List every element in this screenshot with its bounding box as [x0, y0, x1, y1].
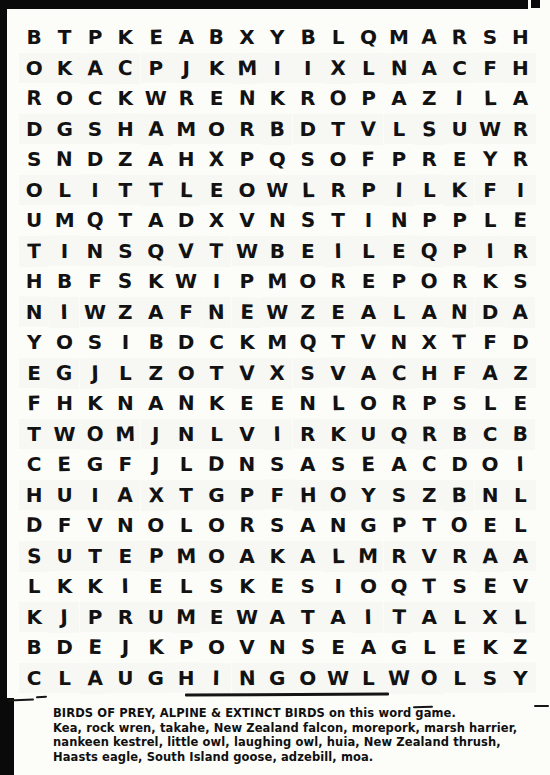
grid-cell: R — [414, 418, 445, 449]
grid-cell: P — [444, 205, 474, 236]
grid-cell: D — [49, 632, 79, 663]
grid-cell: X — [475, 602, 505, 633]
grid-cell: A — [505, 541, 535, 572]
grid-cell: I — [110, 327, 140, 358]
grid-cell: E — [262, 388, 292, 419]
grid-cell: A — [293, 541, 323, 572]
grid-cell: C — [475, 419, 505, 450]
grid-cell: O — [293, 266, 323, 297]
grid-cell: G — [49, 114, 79, 145]
grid-cell: M — [171, 540, 202, 571]
grid-cell: A — [262, 602, 292, 633]
grid-cell: I — [353, 601, 384, 632]
grid-cell: N — [110, 388, 140, 419]
grid-cell: S — [19, 144, 49, 175]
grid-cell: V — [505, 571, 535, 602]
grid-cell: A — [141, 144, 171, 175]
grid-cell: A — [141, 205, 171, 236]
grid-cell: O — [201, 541, 231, 572]
grid-cell: Z — [110, 297, 140, 328]
grid-cell: H — [171, 662, 201, 693]
grid-cell: L — [353, 53, 383, 84]
grid-cell: E — [444, 144, 474, 175]
grid-cell: R — [383, 388, 414, 419]
caption-words-1: Kea, rock wren, takahe, New Zealand falc… — [53, 721, 533, 736]
grid-cell: F — [444, 358, 474, 389]
grid-cell: J — [141, 419, 171, 450]
grid-cell: C — [19, 663, 49, 694]
grid-cell: K — [110, 83, 140, 114]
grid-cell: L — [49, 175, 79, 206]
grid-cell: E — [262, 571, 293, 602]
scan-dash — [534, 705, 549, 707]
grid-cell: L — [171, 174, 202, 205]
grid-cell: Y — [353, 480, 383, 511]
grid-cell: L — [444, 602, 474, 633]
grid-cell: L — [475, 205, 505, 236]
grid-cell: P — [80, 602, 110, 633]
grid-cell: I — [201, 662, 232, 693]
grid-cell: I — [110, 571, 141, 602]
grid-cell: V — [232, 205, 262, 236]
grid-cell: S — [475, 22, 505, 53]
grid-cell: I — [475, 235, 506, 266]
grid-cell: Q — [79, 205, 110, 236]
grid-cell: D — [171, 205, 201, 236]
grid-cell: W — [323, 663, 353, 694]
grid-cell: E — [293, 236, 323, 267]
grid-cell: O — [353, 388, 383, 419]
grid-cell: N — [262, 205, 292, 236]
grid-cell: P — [232, 144, 262, 175]
grid-cell: R — [444, 22, 475, 53]
grid-cell: H — [19, 266, 49, 297]
grid-cell: E — [201, 175, 231, 206]
grid-cell: I — [80, 174, 110, 205]
grid-cell: E — [19, 358, 49, 389]
grid-cell: U — [49, 541, 79, 572]
grid-cell: U — [49, 480, 79, 511]
grid-cell: R — [19, 83, 50, 114]
grid-cell: B — [140, 327, 171, 358]
grid-cell: A — [323, 602, 353, 633]
grid-cell: T — [293, 602, 323, 633]
grid-cell: M — [353, 540, 384, 571]
grid-cell: K — [232, 327, 262, 358]
grid-cell: E — [201, 83, 231, 114]
grid-cell: I — [293, 53, 323, 84]
grid-cell: L — [475, 388, 505, 419]
grid-cell: V — [231, 357, 262, 388]
grid-cell: N — [19, 296, 49, 327]
grid-cell: A — [140, 113, 171, 144]
grid-cell: J — [141, 449, 171, 480]
grid-cell: F — [171, 297, 201, 328]
grid-cell: W — [262, 175, 292, 206]
grid-cell: X — [201, 205, 231, 236]
grid-cell: E — [79, 632, 110, 663]
grid-cell: S — [323, 449, 353, 480]
grid-cell: I — [505, 175, 535, 206]
grid-cell: G — [353, 510, 383, 541]
grid-cell: T — [323, 327, 353, 358]
grid-cell: A — [475, 357, 506, 388]
grid-cell: A — [414, 297, 444, 328]
grid-cell: U — [444, 113, 474, 144]
grid-cell: F — [110, 449, 140, 480]
grid-cell: Z — [293, 297, 323, 328]
grid-cell: V — [80, 510, 110, 541]
grid-cell: A — [79, 662, 110, 693]
grid-cell: A — [414, 602, 444, 633]
grid-cell: X — [262, 357, 293, 388]
grid-cell: U — [110, 663, 140, 694]
grid-cell: O — [201, 114, 231, 145]
grid-cell: A — [384, 83, 414, 114]
grid-cell: O — [201, 510, 231, 541]
grid-cell: I — [323, 235, 354, 266]
grid-cell: L — [414, 174, 444, 205]
grid-cell: S — [262, 449, 292, 480]
grid-cell: L — [49, 663, 79, 694]
grid-cell: W — [475, 114, 505, 145]
grid-cell: V — [171, 235, 202, 266]
grid-cell: Y — [475, 144, 506, 175]
grid-cell: N — [231, 662, 262, 693]
grid-cell: W — [262, 297, 292, 328]
grid-cell: S — [80, 114, 110, 145]
grid-cell: V — [232, 632, 262, 663]
grid-cell: M — [231, 52, 262, 83]
grid-cell: X — [232, 22, 262, 53]
grid-cell: P — [232, 266, 262, 297]
grid-cell: L — [171, 449, 201, 480]
grid-cell: B — [262, 236, 292, 267]
grid-cell: A — [414, 22, 445, 53]
grid-cell: R — [505, 114, 535, 145]
grid-cell: A — [110, 479, 141, 510]
grid-cell: P — [414, 205, 444, 236]
grid-cell: O — [414, 266, 445, 297]
grid-cell: L — [353, 236, 383, 267]
grid-cell: K — [475, 266, 505, 297]
grid-cell: P — [444, 236, 474, 267]
grid-cell: D — [19, 114, 49, 145]
grid-cell: F — [49, 510, 79, 541]
grid-cell: K — [19, 602, 49, 633]
grid-cell: K — [80, 388, 110, 419]
grid-cell: S — [475, 663, 505, 694]
grid-cell: P — [140, 540, 171, 571]
grid-cell: P — [141, 52, 171, 83]
grid-cell: O — [414, 662, 445, 693]
grid-cell: X — [140, 479, 171, 510]
grid-cell: K — [323, 419, 353, 450]
grid-cell: D — [171, 327, 201, 358]
grid-cell: N — [171, 419, 201, 450]
grid-cell: L — [201, 419, 231, 450]
grid-cell: A — [293, 449, 323, 480]
page-border-top — [0, 0, 528, 9]
grid-cell: X — [323, 52, 354, 83]
grid-cell: E — [353, 449, 384, 480]
grid-cell: Q — [141, 236, 171, 267]
grid-cell: D — [505, 327, 535, 358]
grid-cell: O — [444, 510, 475, 541]
grid-cell: Z — [414, 83, 444, 114]
grid-cell: I — [262, 53, 292, 84]
grid-cell: T — [110, 205, 140, 236]
grid-cell: O — [232, 175, 262, 206]
grid-cell: N — [49, 144, 80, 175]
grid-cell: R — [171, 83, 202, 114]
grid-cell: T — [19, 235, 50, 266]
grid-cell: B — [505, 418, 536, 449]
grid-cell: W — [141, 83, 171, 114]
grid-cell: E — [444, 632, 475, 663]
grid-cell: S — [19, 540, 50, 571]
grid-cell: B — [19, 632, 49, 663]
grid-cell: S — [444, 571, 474, 602]
grid-cell: S — [384, 480, 414, 511]
grid-cell: E — [231, 296, 262, 327]
grid-cell: E — [475, 571, 506, 602]
grid-cell: O — [19, 175, 49, 206]
grid-cell: I — [201, 266, 231, 297]
grid-cell: F — [353, 144, 384, 175]
grid-cell: M — [110, 418, 141, 449]
grid-cell: S — [110, 236, 140, 267]
grid-cell: B — [49, 266, 79, 297]
grid-cell: E — [201, 601, 231, 632]
grid-cell: O — [49, 83, 79, 114]
grid-cell: J — [49, 601, 80, 632]
grid-cell: T — [110, 175, 140, 206]
grid-cell: S — [414, 113, 445, 144]
grid-cell: Y — [505, 662, 535, 693]
grid-cell: A — [353, 358, 383, 389]
grid-cell: R — [110, 602, 140, 633]
grid-cell: M — [384, 22, 414, 53]
grid-cell: F — [475, 52, 505, 83]
grid-cell: J — [171, 53, 201, 84]
grid-cell: N — [383, 52, 414, 83]
grid-cell: M — [171, 601, 202, 632]
grid-cell: H — [171, 144, 201, 175]
grid-cell: L — [505, 601, 536, 632]
grid-cell: A — [505, 296, 536, 327]
page-border-left — [0, 0, 7, 700]
grid-cell: L — [171, 571, 201, 602]
grid-cell: A — [141, 297, 171, 328]
grid-cell: S — [292, 205, 323, 236]
grid-cell: M — [262, 266, 293, 297]
grid-cell: D — [80, 144, 110, 175]
grid-cell: A — [505, 83, 535, 114]
grid-cell: A — [293, 510, 323, 541]
grid-cell: H — [505, 53, 535, 84]
grid-cell: D — [201, 449, 232, 480]
grid-cell: K — [110, 22, 140, 53]
grid-cell: A — [353, 632, 383, 663]
grid-cell: F — [475, 175, 505, 206]
grid-cell: E — [49, 449, 80, 480]
grid-cell: L — [384, 114, 414, 145]
grid-cell: W — [80, 297, 110, 328]
grid-cell: L — [171, 510, 201, 541]
grid-cell: R — [293, 418, 323, 449]
grid-cell: V — [353, 327, 384, 358]
grid-cell: Q — [384, 571, 414, 602]
grid-cell: T — [19, 419, 49, 450]
grid-cell: N — [232, 449, 262, 480]
grid-cell: B — [19, 22, 49, 53]
grid-cell: G — [80, 449, 110, 480]
grid-cell: S — [293, 358, 323, 389]
grid-cell: B — [444, 419, 474, 450]
grid-cell: N — [383, 205, 414, 236]
grid-cell: W — [171, 266, 201, 297]
grid-cell: G — [141, 663, 171, 694]
scan-dash — [36, 696, 47, 699]
grid-cell: B — [201, 22, 232, 53]
grid-cell: I — [49, 296, 80, 327]
grid-cell: W — [232, 236, 262, 267]
grid-cell: K — [49, 571, 79, 602]
grid-cell: T — [323, 205, 353, 236]
grid-cell: V — [414, 541, 444, 572]
grid-cell: M — [171, 114, 201, 145]
grid-cell: L — [505, 480, 535, 511]
grid-cell: O — [323, 83, 354, 114]
grid-cell: I — [505, 449, 536, 480]
puzzle-page: BTPKEABXYBLQMARSHOKACPJKMIIXLNACFHROCKWR… — [0, 0, 550, 775]
grid-cell: R — [293, 83, 323, 114]
grid-cell: N — [80, 236, 110, 267]
grid-cell: L — [292, 174, 323, 205]
grid-cell: E — [323, 297, 353, 328]
grid-cell: X — [414, 327, 444, 358]
grid-cell: Q — [384, 419, 414, 450]
grid-cell: T — [140, 174, 171, 205]
grid-cell: P — [414, 388, 444, 419]
scan-dash — [8, 698, 34, 701]
grid-cell: K — [201, 388, 231, 419]
grid-cell: I — [49, 235, 79, 266]
grid-cell: E — [475, 510, 505, 541]
grid-cell: R — [323, 266, 354, 297]
grid-cell: E — [141, 571, 171, 602]
grid-cell: J — [79, 357, 110, 388]
grid-cell: T — [80, 541, 110, 572]
grid-cell: N — [293, 388, 323, 419]
word-list-caption: BIRDS OF PREY, ALPINE & EXTINCT BIRDS on… — [53, 706, 533, 764]
grid-cell: D — [444, 449, 474, 480]
scan-rule-line — [185, 692, 389, 696]
grid-cell: E — [505, 388, 535, 419]
grid-cell: L — [384, 297, 414, 328]
grid-cell: F — [19, 388, 50, 419]
grid-cell: R — [231, 510, 262, 541]
grid-cell: I — [262, 418, 293, 449]
grid-cell: S — [293, 144, 323, 175]
grid-cell: N — [201, 296, 232, 327]
grid-cell: T — [201, 358, 231, 389]
grid-cell: L — [505, 510, 535, 541]
grid-cell: K — [262, 83, 292, 114]
grid-cell: R — [444, 266, 474, 297]
word-search-grid: BTPKEABXYBLQMARSHOKACPJKMIIXLNACFHROCKWR… — [19, 22, 536, 693]
grid-cell: N — [444, 296, 475, 327]
grid-cell: L — [353, 663, 383, 694]
grid-cell: K — [201, 53, 231, 84]
grid-cell: P — [384, 266, 414, 297]
grid-cell: G — [384, 632, 414, 663]
grid-cell: E — [505, 205, 536, 236]
grid-cell: L — [444, 663, 474, 694]
grid-cell: S — [201, 571, 231, 602]
grid-cell: N — [110, 510, 140, 541]
grid-cell: H — [19, 480, 49, 511]
grid-cell: L — [323, 22, 353, 53]
caption-words-2: nankeen kestrel, little owl, laughing ow… — [53, 735, 533, 750]
grid-cell: A — [475, 540, 506, 571]
grid-cell: S — [444, 388, 474, 419]
grid-cell: A — [171, 22, 201, 53]
grid-cell: E — [140, 22, 171, 53]
page-border-left-bottom — [0, 698, 14, 775]
grid-cell: O — [475, 449, 505, 480]
grid-cell: P — [80, 22, 110, 53]
grid-cell: H — [505, 22, 535, 53]
grid-cell: K — [49, 53, 79, 84]
grid-cell: N — [171, 388, 202, 419]
grid-cell: E — [110, 541, 140, 572]
grid-cell: A — [353, 296, 383, 327]
grid-cell: A — [79, 52, 110, 83]
grid-cell: D — [475, 297, 505, 328]
grid-cell: A — [141, 388, 171, 419]
grid-cell: I — [80, 480, 110, 511]
grid-cell: U — [19, 205, 49, 236]
grid-cell: V — [323, 357, 353, 388]
grid-cell: H — [49, 388, 79, 419]
grid-cell: M — [262, 327, 292, 358]
grid-cell: V — [353, 113, 384, 144]
grid-cell: E — [232, 388, 262, 419]
grid-cell: Z — [505, 632, 536, 663]
grid-cell: G — [201, 480, 231, 511]
grid-cell: O — [201, 632, 231, 663]
grid-cell: A — [232, 540, 262, 571]
grid-cell: C — [383, 357, 414, 388]
grid-cell: R — [505, 236, 535, 267]
grid-cell: S — [293, 571, 323, 602]
grid-cell: I — [323, 571, 353, 602]
grid-cell: K — [475, 632, 505, 663]
grid-cell: T — [383, 601, 414, 632]
grid-cell: O — [323, 144, 353, 175]
grid-cell: F — [262, 479, 292, 510]
grid-cell: T — [323, 114, 353, 145]
grid-cell: D — [293, 114, 323, 145]
grid-cell: L — [323, 540, 354, 571]
grid-cell: K — [141, 266, 171, 297]
caption-words-3: Haasts eagle, South Island goose, adzebi… — [53, 750, 533, 765]
grid-cell: Z — [141, 358, 171, 389]
grid-cell: U — [353, 419, 383, 450]
grid-cell: P — [383, 510, 414, 541]
